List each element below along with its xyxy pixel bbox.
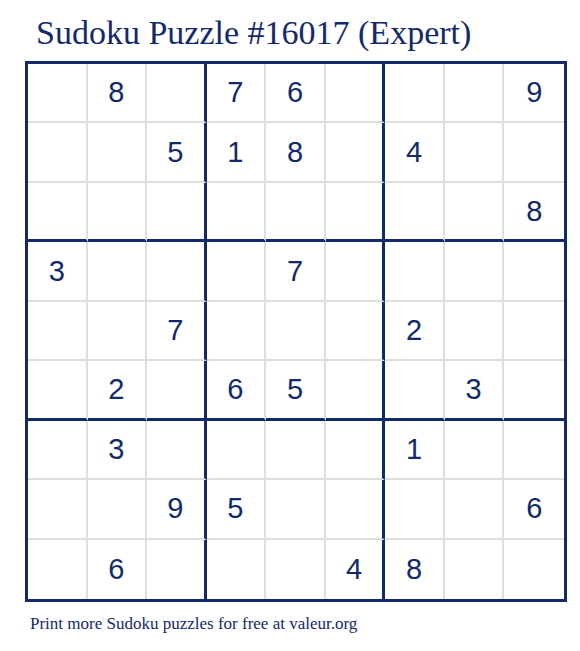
- cell-r7c7-given: 1: [385, 421, 445, 480]
- cell-r9c7-given: 8: [385, 540, 445, 599]
- cell-r8c2-empty: [88, 480, 148, 539]
- cell-r1c4-given: 7: [207, 64, 267, 123]
- cell-r7c5-empty: [266, 421, 326, 480]
- cell-r4c6-empty: [326, 242, 386, 301]
- cell-r8c1-empty: [28, 480, 88, 539]
- cell-r1c1-empty: [28, 64, 88, 123]
- footer-text: Print more Sudoku puzzles for free at va…: [30, 614, 357, 634]
- cell-r2c7-given: 4: [385, 123, 445, 182]
- cell-r6c3-empty: [147, 361, 207, 420]
- cell-r4c7-empty: [385, 242, 445, 301]
- cell-r8c8-empty: [445, 480, 505, 539]
- cell-r8c6-empty: [326, 480, 386, 539]
- cell-r2c9-empty: [504, 123, 564, 182]
- cell-r1c7-empty: [385, 64, 445, 123]
- cell-r7c2-given: 3: [88, 421, 148, 480]
- cell-r3c9-given: 8: [504, 183, 564, 242]
- cell-r3c6-empty: [326, 183, 386, 242]
- cell-r7c8-empty: [445, 421, 505, 480]
- cell-r6c6-empty: [326, 361, 386, 420]
- cell-r4c2-empty: [88, 242, 148, 301]
- cell-r4c3-empty: [147, 242, 207, 301]
- cell-r4c8-empty: [445, 242, 505, 301]
- cell-r5c6-empty: [326, 302, 386, 361]
- cell-r4c5-given: 7: [266, 242, 326, 301]
- cell-r7c9-empty: [504, 421, 564, 480]
- page-title: Sudoku Puzzle #16017 (Expert): [36, 13, 471, 54]
- cell-r6c5-given: 5: [266, 361, 326, 420]
- cell-r7c1-empty: [28, 421, 88, 480]
- sudoku-board: 8769518483772265331956648: [25, 61, 567, 602]
- cell-r6c2-given: 2: [88, 361, 148, 420]
- cell-r8c3-given: 9: [147, 480, 207, 539]
- cell-r1c3-empty: [147, 64, 207, 123]
- cell-r6c1-empty: [28, 361, 88, 420]
- cell-r3c1-empty: [28, 183, 88, 242]
- cell-r5c4-empty: [207, 302, 267, 361]
- cell-r5c7-given: 2: [385, 302, 445, 361]
- cell-r9c5-empty: [266, 540, 326, 599]
- cell-r2c8-empty: [445, 123, 505, 182]
- cell-r3c5-empty: [266, 183, 326, 242]
- cell-r2c1-empty: [28, 123, 88, 182]
- cell-r9c3-empty: [147, 540, 207, 599]
- cell-r8c9-given: 6: [504, 480, 564, 539]
- sudoku-page: Sudoku Puzzle #16017 (Expert) 8769518483…: [0, 0, 580, 651]
- cell-r3c7-empty: [385, 183, 445, 242]
- cell-r2c5-given: 8: [266, 123, 326, 182]
- cell-r4c1-given: 3: [28, 242, 88, 301]
- cell-r1c9-given: 9: [504, 64, 564, 123]
- cell-r3c2-empty: [88, 183, 148, 242]
- cell-r2c4-given: 1: [207, 123, 267, 182]
- cell-r5c1-empty: [28, 302, 88, 361]
- cell-r9c1-empty: [28, 540, 88, 599]
- cell-r3c3-empty: [147, 183, 207, 242]
- cell-r8c5-empty: [266, 480, 326, 539]
- cell-r9c8-empty: [445, 540, 505, 599]
- cell-r9c6-given: 4: [326, 540, 386, 599]
- cell-r1c2-given: 8: [88, 64, 148, 123]
- cell-r9c4-empty: [207, 540, 267, 599]
- cell-r5c2-empty: [88, 302, 148, 361]
- cell-r9c2-given: 6: [88, 540, 148, 599]
- cell-r6c8-given: 3: [445, 361, 505, 420]
- cell-r3c8-empty: [445, 183, 505, 242]
- cell-r5c8-empty: [445, 302, 505, 361]
- cell-r4c4-empty: [207, 242, 267, 301]
- cell-r5c9-empty: [504, 302, 564, 361]
- cell-r4c9-empty: [504, 242, 564, 301]
- cell-r5c5-empty: [266, 302, 326, 361]
- cell-r7c6-empty: [326, 421, 386, 480]
- cell-r7c3-empty: [147, 421, 207, 480]
- cell-r6c7-empty: [385, 361, 445, 420]
- cell-r7c4-empty: [207, 421, 267, 480]
- cell-r9c9-empty: [504, 540, 564, 599]
- cell-r1c5-given: 6: [266, 64, 326, 123]
- cell-r8c7-empty: [385, 480, 445, 539]
- cell-r2c2-empty: [88, 123, 148, 182]
- cell-r1c6-empty: [326, 64, 386, 123]
- cell-r6c4-given: 6: [207, 361, 267, 420]
- cell-r2c3-given: 5: [147, 123, 207, 182]
- cell-r2c6-empty: [326, 123, 386, 182]
- cell-r5c3-given: 7: [147, 302, 207, 361]
- cell-r3c4-empty: [207, 183, 267, 242]
- cell-r8c4-given: 5: [207, 480, 267, 539]
- cell-r1c8-empty: [445, 64, 505, 123]
- cell-r6c9-empty: [504, 361, 564, 420]
